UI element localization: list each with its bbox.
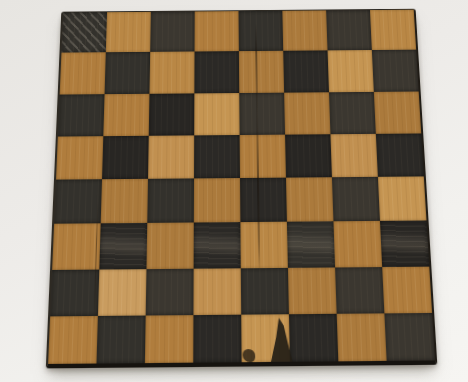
square-r4c6 [285, 134, 332, 178]
square-r1c3 [150, 11, 195, 52]
square-r2c3 [149, 52, 194, 94]
square-r4c7 [330, 134, 377, 178]
square-r8c6 [289, 314, 338, 362]
square-r3c2 [103, 93, 149, 136]
square-r5c4 [194, 178, 241, 223]
square-r2c8 [372, 50, 419, 92]
square-r4c5 [240, 134, 286, 178]
square-r7c6 [288, 267, 337, 314]
square-r3c8 [374, 91, 421, 134]
square-r8c8 [384, 313, 435, 361]
square-r3c1 [58, 94, 105, 137]
square-r6c3 [146, 223, 193, 269]
square-r3c5 [239, 92, 285, 135]
square-r7c1 [50, 269, 99, 316]
square-r5c5 [240, 178, 287, 223]
square-r3c3 [149, 93, 195, 136]
square-r4c2 [102, 136, 149, 180]
square-r8c4 [193, 314, 241, 362]
square-r5c3 [147, 178, 194, 223]
square-r3c6 [284, 92, 330, 135]
square-r5c6 [286, 177, 333, 222]
square-r2c1 [60, 52, 106, 94]
square-r1c7 [326, 10, 372, 51]
square-r8c1 [48, 316, 98, 364]
square-r6c1 [52, 224, 101, 270]
chessboard [46, 9, 438, 369]
square-r2c4 [194, 51, 239, 93]
square-r7c7 [335, 267, 384, 314]
square-r2c5 [239, 51, 284, 93]
square-r8c5 [241, 314, 290, 362]
square-r2c7 [328, 50, 374, 92]
square-r2c6 [283, 51, 329, 93]
square-r1c8 [370, 10, 416, 51]
square-r5c2 [101, 179, 148, 224]
square-r7c5 [241, 267, 289, 314]
square-r1c1 [61, 12, 107, 53]
board-grid [48, 10, 435, 364]
square-r5c1 [54, 179, 102, 224]
photo-background [0, 0, 468, 382]
square-r6c7 [333, 221, 382, 267]
square-r8c3 [145, 315, 194, 363]
square-r2c2 [105, 52, 151, 94]
square-r6c2 [99, 223, 147, 269]
square-r7c8 [382, 266, 432, 313]
square-r4c4 [194, 135, 240, 179]
square-r4c1 [56, 136, 103, 180]
square-r7c3 [146, 268, 194, 315]
square-r4c3 [148, 135, 194, 179]
square-r6c8 [380, 221, 429, 267]
square-r5c7 [332, 177, 380, 222]
square-r1c5 [239, 11, 284, 52]
square-r8c2 [96, 315, 145, 363]
square-r8c7 [337, 313, 387, 361]
square-r6c6 [287, 222, 335, 268]
square-r4c8 [376, 133, 424, 177]
square-r6c4 [194, 222, 241, 268]
square-r5c8 [378, 176, 427, 221]
square-r1c4 [195, 11, 239, 52]
square-r7c4 [193, 268, 241, 315]
square-r7c2 [98, 269, 147, 316]
square-r3c4 [194, 93, 239, 136]
square-r1c2 [106, 12, 151, 53]
square-r6c5 [240, 222, 288, 268]
square-r1c6 [282, 10, 327, 51]
square-r3c7 [329, 91, 376, 134]
